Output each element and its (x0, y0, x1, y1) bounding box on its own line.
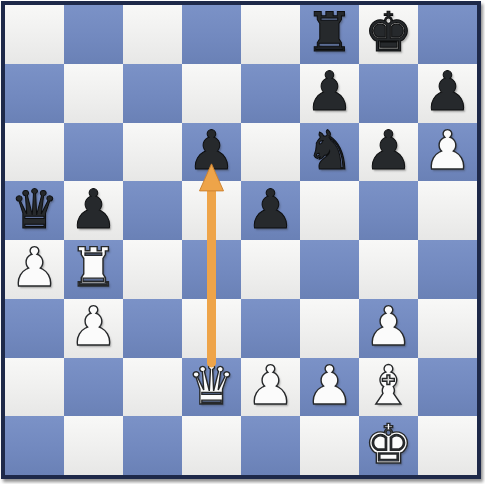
square-a2[interactable] (5, 358, 64, 417)
square-b8[interactable] (64, 5, 123, 64)
piece-white-pawn-a4[interactable]: ♟ (10, 241, 58, 295)
piece-white-pawn-h6[interactable]: ♟ (423, 124, 471, 178)
square-h5[interactable] (418, 181, 477, 240)
square-g1[interactable]: ♚ (359, 416, 418, 475)
square-b6[interactable] (64, 123, 123, 182)
piece-white-bishop-g2[interactable]: ♝ (364, 359, 412, 413)
square-f3[interactable] (300, 299, 359, 358)
square-g3[interactable]: ♟ (359, 299, 418, 358)
square-e6[interactable] (241, 123, 300, 182)
piece-white-rook-b4[interactable]: ♜ (69, 241, 117, 295)
square-d5[interactable] (182, 181, 241, 240)
square-h8[interactable] (418, 5, 477, 64)
square-a7[interactable] (5, 64, 64, 123)
square-d4[interactable] (182, 240, 241, 299)
square-c5[interactable] (123, 181, 182, 240)
square-e1[interactable] (241, 416, 300, 475)
square-d8[interactable] (182, 5, 241, 64)
square-a8[interactable] (5, 5, 64, 64)
square-g5[interactable] (359, 181, 418, 240)
square-e8[interactable] (241, 5, 300, 64)
square-c8[interactable] (123, 5, 182, 64)
square-b4[interactable]: ♜ (64, 240, 123, 299)
piece-black-pawn-h7[interactable]: ♟ (423, 65, 471, 119)
square-g7[interactable] (359, 64, 418, 123)
piece-white-pawn-e2[interactable]: ♟ (246, 359, 294, 413)
square-c2[interactable] (123, 358, 182, 417)
square-c3[interactable] (123, 299, 182, 358)
square-g2[interactable]: ♝ (359, 358, 418, 417)
square-b7[interactable] (64, 64, 123, 123)
square-h4[interactable] (418, 240, 477, 299)
square-f1[interactable] (300, 416, 359, 475)
piece-black-king-g8[interactable]: ♚ (364, 6, 412, 60)
square-c1[interactable] (123, 416, 182, 475)
square-b1[interactable] (64, 416, 123, 475)
chess-board: ♜♚♟♟♟♞♟♟♛♟♟♟♜♟♟♛♟♟♝♚ (5, 5, 477, 475)
square-b5[interactable]: ♟ (64, 181, 123, 240)
square-a1[interactable] (5, 416, 64, 475)
square-f8[interactable]: ♜ (300, 5, 359, 64)
square-e7[interactable] (241, 64, 300, 123)
square-a4[interactable]: ♟ (5, 240, 64, 299)
square-d3[interactable] (182, 299, 241, 358)
square-b2[interactable] (64, 358, 123, 417)
square-f5[interactable] (300, 181, 359, 240)
square-e3[interactable] (241, 299, 300, 358)
piece-black-pawn-b5[interactable]: ♟ (69, 183, 117, 237)
square-c7[interactable] (123, 64, 182, 123)
square-e2[interactable]: ♟ (241, 358, 300, 417)
square-e5[interactable]: ♟ (241, 181, 300, 240)
piece-black-pawn-g6[interactable]: ♟ (364, 124, 412, 178)
piece-black-pawn-f7[interactable]: ♟ (305, 65, 353, 119)
square-d2[interactable]: ♛ (182, 358, 241, 417)
piece-black-knight-f6[interactable]: ♞ (305, 124, 353, 178)
piece-white-pawn-g3[interactable]: ♟ (364, 300, 412, 354)
square-c6[interactable] (123, 123, 182, 182)
square-f7[interactable]: ♟ (300, 64, 359, 123)
piece-white-queen-d2[interactable]: ♛ (187, 359, 235, 413)
square-b3[interactable]: ♟ (64, 299, 123, 358)
square-g6[interactable]: ♟ (359, 123, 418, 182)
square-h7[interactable]: ♟ (418, 64, 477, 123)
square-d1[interactable] (182, 416, 241, 475)
chess-board-frame: ♜♚♟♟♟♞♟♟♛♟♟♟♜♟♟♛♟♟♝♚ (1, 1, 481, 479)
piece-white-king-g1[interactable]: ♚ (364, 418, 412, 472)
square-a5[interactable]: ♛ (5, 181, 64, 240)
piece-black-pawn-e5[interactable]: ♟ (246, 183, 294, 237)
square-f4[interactable] (300, 240, 359, 299)
square-g8[interactable]: ♚ (359, 5, 418, 64)
square-h6[interactable]: ♟ (418, 123, 477, 182)
piece-black-pawn-d6[interactable]: ♟ (187, 124, 235, 178)
piece-white-pawn-f2[interactable]: ♟ (305, 359, 353, 413)
square-h2[interactable] (418, 358, 477, 417)
square-f2[interactable]: ♟ (300, 358, 359, 417)
square-a3[interactable] (5, 299, 64, 358)
square-g4[interactable] (359, 240, 418, 299)
square-h3[interactable] (418, 299, 477, 358)
square-e4[interactable] (241, 240, 300, 299)
square-a6[interactable] (5, 123, 64, 182)
piece-black-queen-a5[interactable]: ♛ (10, 183, 58, 237)
piece-black-rook-f8[interactable]: ♜ (305, 6, 353, 60)
square-c4[interactable] (123, 240, 182, 299)
piece-white-pawn-b3[interactable]: ♟ (69, 300, 117, 354)
square-d6[interactable]: ♟ (182, 123, 241, 182)
square-h1[interactable] (418, 416, 477, 475)
square-f6[interactable]: ♞ (300, 123, 359, 182)
square-d7[interactable] (182, 64, 241, 123)
